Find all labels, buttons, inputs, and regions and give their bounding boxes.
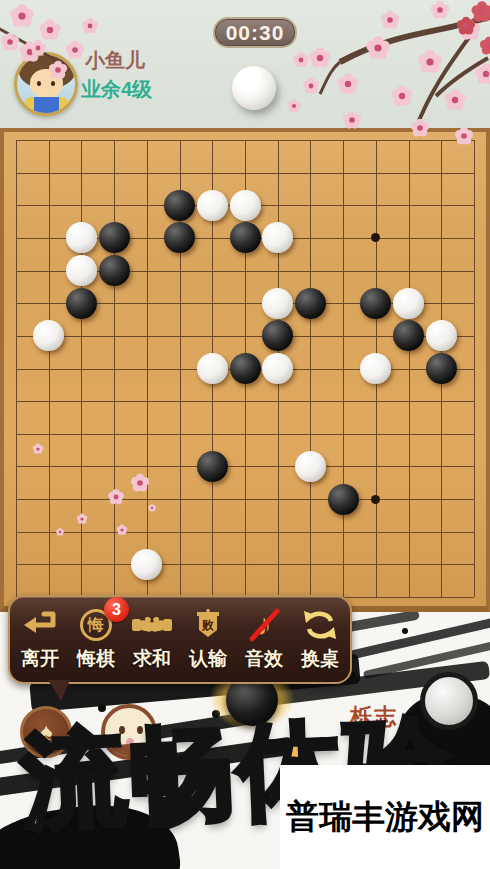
- white-stone: [131, 549, 162, 580]
- resign-flag-icon: 败: [192, 605, 224, 645]
- draw-label: 求和: [133, 646, 171, 672]
- swap-table-icon: [302, 605, 338, 645]
- star-point: [110, 495, 119, 504]
- grid-line-h: [16, 499, 474, 500]
- player-rank: 业余4级: [81, 76, 152, 103]
- white-stone: [262, 288, 293, 319]
- grid-line-h: [16, 466, 474, 467]
- white-stone: [262, 222, 293, 253]
- black-stone: [164, 222, 195, 253]
- app-screen: 00:30 小鱼儿 业余4级 离开 3: [0, 0, 490, 869]
- black-stone: [230, 222, 261, 253]
- toolbar-tail: [48, 680, 70, 701]
- svg-text:败: 败: [201, 618, 214, 632]
- ink-spatter: [402, 628, 408, 634]
- move-timer: 00:30: [213, 17, 297, 48]
- black-stone: [262, 320, 293, 351]
- black-stone: [328, 484, 359, 515]
- grid-line-v: [474, 140, 475, 597]
- draw-button[interactable]: 求和: [124, 601, 180, 680]
- resign-button[interactable]: 败 认输: [180, 601, 236, 680]
- avatar-face: [30, 69, 63, 98]
- grid-line-h: [16, 564, 474, 565]
- sound-toggle-button[interactable]: ♪ 音效: [236, 601, 292, 680]
- player-avatar[interactable]: [14, 52, 78, 116]
- black-stone: [360, 288, 391, 319]
- black-stone: [66, 288, 97, 319]
- white-stone: [230, 190, 261, 221]
- grid-line-h: [16, 434, 474, 435]
- white-stone: [360, 353, 391, 384]
- white-stone: [197, 353, 228, 384]
- black-stone: [295, 288, 326, 319]
- white-stone: [295, 451, 326, 482]
- swap-table-button[interactable]: 换桌: [292, 601, 348, 680]
- watermark-text: 普瑞丰游戏网: [286, 795, 484, 840]
- game-toolbar: 离开 3 悔 悔棋: [8, 595, 352, 684]
- avatar-eye: [37, 81, 41, 86]
- star-point: [371, 495, 380, 504]
- swap-table-label: 换桌: [301, 646, 339, 672]
- header: 00:30 小鱼儿 业余4级: [0, 0, 490, 128]
- sound-label: 音效: [245, 646, 283, 672]
- undo-count-badge: 3: [104, 597, 129, 622]
- white-stone: [33, 320, 64, 351]
- black-stone: [393, 320, 424, 351]
- avatar-body: [24, 97, 69, 115]
- black-stone: [99, 222, 130, 253]
- black-stone: [99, 255, 130, 286]
- grid-line-h: [16, 401, 474, 402]
- black-stone: [164, 190, 195, 221]
- black-stone: [197, 451, 228, 482]
- white-stone: [426, 320, 457, 351]
- black-stone: [426, 353, 457, 384]
- grid-line-v: [310, 140, 311, 597]
- timer-value: 00:30: [226, 21, 285, 45]
- game-board[interactable]: [0, 128, 490, 612]
- resign-label: 认输: [189, 646, 227, 672]
- white-stone: [393, 288, 424, 319]
- star-point: [371, 233, 380, 242]
- handshake-icon: [132, 605, 172, 645]
- leave-label: 离开: [21, 646, 59, 672]
- leave-button[interactable]: 离开: [12, 601, 68, 680]
- white-stone: [262, 353, 293, 384]
- return-arrow-icon: [22, 605, 58, 645]
- grid-line-v: [409, 140, 410, 597]
- undo-label: 悔棋: [77, 646, 115, 672]
- undo-button[interactable]: 3 悔 悔棋: [68, 601, 124, 680]
- white-stone: [197, 190, 228, 221]
- player-name: 小鱼儿: [85, 47, 145, 74]
- site-watermark: 普瑞丰游戏网: [280, 765, 490, 869]
- grid-line-v: [343, 140, 344, 597]
- white-stone: [66, 255, 97, 286]
- white-stone: [66, 222, 97, 253]
- sound-muted-icon: ♪: [247, 605, 281, 645]
- avatar-eye: [51, 81, 55, 86]
- black-stone: [230, 353, 261, 384]
- grid-line-h: [16, 532, 474, 533]
- white-turn-stone-indicator: [232, 66, 276, 110]
